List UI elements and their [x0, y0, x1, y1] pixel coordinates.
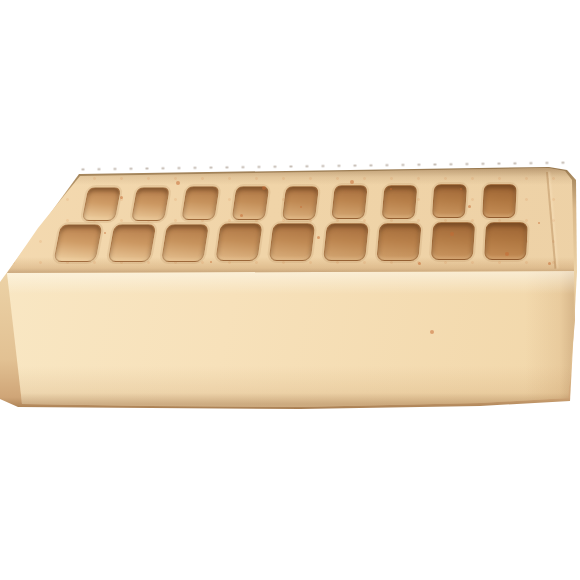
brick-hole-front-4 — [215, 223, 262, 261]
brick-hole-front-8 — [430, 222, 475, 260]
iron-speck — [430, 330, 434, 334]
iron-speck — [262, 186, 266, 190]
iron-speck — [538, 222, 540, 224]
iron-speck — [505, 252, 509, 256]
brick-hole-back-7 — [382, 185, 418, 219]
iron-speck — [468, 205, 471, 208]
iron-speck — [350, 180, 354, 184]
iron-speck — [460, 188, 462, 190]
brick-hole-back-2 — [131, 187, 170, 221]
brick-hole-front-1 — [53, 224, 102, 262]
iron-speck — [240, 214, 243, 217]
iron-speck — [450, 232, 454, 236]
iron-speck — [176, 181, 180, 185]
brick-hole-back-4 — [231, 186, 269, 220]
brick-hole-back-1 — [81, 187, 121, 221]
iron-speck — [210, 261, 212, 263]
photo-canvas — [0, 0, 580, 580]
brick-front-face — [0, 0, 580, 580]
iron-speck — [104, 232, 106, 234]
brick-hole-front-7 — [376, 223, 421, 261]
iron-speck — [120, 196, 123, 199]
brick-hole-back-9 — [482, 184, 517, 218]
iron-speck — [548, 262, 551, 265]
brick-hole-back-3 — [181, 186, 219, 220]
brick-hole-front-6 — [323, 223, 369, 261]
brick-hole-back-6 — [331, 185, 368, 219]
brick-hole-back-5 — [281, 186, 318, 220]
iron-speck — [317, 236, 320, 239]
iron-speck — [390, 188, 392, 190]
brick-hole-front-5 — [269, 223, 316, 261]
iron-speck — [300, 206, 302, 208]
brick-hole-front-3 — [161, 224, 209, 262]
iron-speck — [418, 262, 421, 265]
brick-hole-front-2 — [107, 224, 156, 262]
